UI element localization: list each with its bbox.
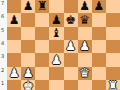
black-queen-f6: ♛ bbox=[79, 14, 90, 27]
chess-board-screenshot: 7654321 ♟♜♟♟♟♟♚♛♝♟♟♟♟♟♛♚♜ bbox=[0, 0, 120, 90]
black-pawn-f7: ♟ bbox=[79, 0, 90, 13]
square-b2[interactable]: ♟ bbox=[21, 67, 35, 80]
square-d2[interactable] bbox=[49, 67, 63, 80]
square-h1[interactable]: ♜ bbox=[106, 80, 120, 90]
square-g5[interactable] bbox=[92, 27, 106, 40]
black-bishop-d5: ♝ bbox=[51, 27, 62, 40]
square-g4[interactable] bbox=[92, 40, 106, 53]
black-pawn-a6: ♟ bbox=[9, 14, 20, 27]
chess-board[interactable]: ♟♜♟♟♟♟♚♛♝♟♟♟♟♟♛♚♜ bbox=[7, 0, 120, 90]
square-g6[interactable] bbox=[92, 13, 106, 26]
square-b6[interactable] bbox=[21, 13, 35, 26]
square-a2[interactable]: ♟ bbox=[7, 67, 21, 80]
square-b3[interactable] bbox=[21, 53, 35, 66]
square-d1[interactable] bbox=[49, 80, 63, 90]
white-pawn-e4: ♟ bbox=[65, 40, 76, 53]
square-h6[interactable] bbox=[106, 13, 120, 26]
square-e4[interactable]: ♟ bbox=[64, 40, 78, 53]
square-a1[interactable] bbox=[7, 80, 21, 90]
square-f3[interactable] bbox=[78, 53, 92, 66]
rank-label-4: 4 bbox=[0, 40, 7, 53]
square-c3[interactable] bbox=[35, 53, 49, 66]
square-c5[interactable] bbox=[35, 27, 49, 40]
rank-label-7: 7 bbox=[0, 0, 7, 13]
square-c1[interactable] bbox=[35, 80, 49, 90]
square-b4[interactable] bbox=[21, 40, 35, 53]
square-g7[interactable]: ♟ bbox=[92, 0, 106, 13]
square-h7[interactable] bbox=[106, 0, 120, 13]
square-a5[interactable] bbox=[7, 27, 21, 40]
white-pawn-b2: ♟ bbox=[23, 67, 34, 80]
square-e6[interactable]: ♚ bbox=[64, 13, 78, 26]
square-e5[interactable] bbox=[64, 27, 78, 40]
black-pawn-b7: ♟ bbox=[23, 0, 34, 13]
square-d4[interactable] bbox=[49, 40, 63, 53]
square-e1[interactable] bbox=[64, 80, 78, 90]
black-pawn-d6: ♟ bbox=[51, 14, 62, 27]
rank-label-5: 5 bbox=[0, 27, 7, 40]
square-a4[interactable] bbox=[7, 40, 21, 53]
square-g3[interactable] bbox=[92, 53, 106, 66]
square-f2[interactable]: ♛ bbox=[78, 67, 92, 80]
square-b7[interactable]: ♟ bbox=[21, 0, 35, 13]
square-g2[interactable] bbox=[92, 67, 106, 80]
square-g1[interactable] bbox=[92, 80, 106, 90]
square-c6[interactable] bbox=[35, 13, 49, 26]
square-h5[interactable] bbox=[106, 27, 120, 40]
rank-label-3: 3 bbox=[0, 53, 7, 66]
square-f6[interactable]: ♛ bbox=[78, 13, 92, 26]
square-f4[interactable]: ♟ bbox=[78, 40, 92, 53]
white-rook-h1: ♜ bbox=[108, 80, 119, 90]
square-e3[interactable] bbox=[64, 53, 78, 66]
black-king-e6: ♚ bbox=[65, 14, 76, 27]
square-b5[interactable] bbox=[21, 27, 35, 40]
rank-label-1: 1 bbox=[0, 80, 7, 90]
square-a3[interactable] bbox=[7, 53, 21, 66]
white-pawn-d3: ♟ bbox=[51, 54, 62, 67]
square-a7[interactable] bbox=[7, 0, 21, 13]
square-a6[interactable]: ♟ bbox=[7, 13, 21, 26]
square-e2[interactable] bbox=[64, 67, 78, 80]
square-d5[interactable]: ♝ bbox=[49, 27, 63, 40]
white-queen-f2: ♛ bbox=[79, 67, 90, 80]
square-h2[interactable] bbox=[106, 67, 120, 80]
square-f5[interactable] bbox=[78, 27, 92, 40]
square-h4[interactable] bbox=[106, 40, 120, 53]
square-c4[interactable] bbox=[35, 40, 49, 53]
black-pawn-g7: ♟ bbox=[93, 0, 104, 13]
rank-label-2: 2 bbox=[0, 67, 7, 80]
square-f1[interactable] bbox=[78, 80, 92, 90]
square-e7[interactable] bbox=[64, 0, 78, 13]
square-d3[interactable]: ♟ bbox=[49, 53, 63, 66]
rank-label-6: 6 bbox=[0, 13, 7, 26]
black-rook-c7: ♜ bbox=[37, 0, 48, 13]
square-d7[interactable] bbox=[49, 0, 63, 13]
white-pawn-f4: ♟ bbox=[79, 40, 90, 53]
square-h3[interactable] bbox=[106, 53, 120, 66]
square-f7[interactable]: ♟ bbox=[78, 0, 92, 13]
square-c7[interactable]: ♜ bbox=[35, 0, 49, 13]
white-pawn-a2: ♟ bbox=[9, 67, 20, 80]
white-king-b1: ♚ bbox=[23, 80, 34, 90]
square-d6[interactable]: ♟ bbox=[49, 13, 63, 26]
square-c2[interactable] bbox=[35, 67, 49, 80]
square-b1[interactable]: ♚ bbox=[21, 80, 35, 90]
rank-coordinates: 7654321 bbox=[0, 0, 7, 90]
